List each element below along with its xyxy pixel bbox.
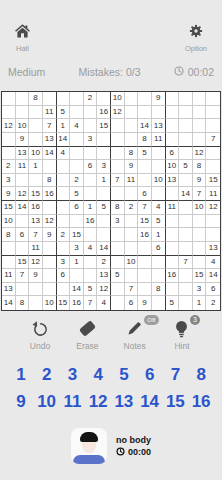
cell-r10c11[interactable]: 15 xyxy=(138,215,152,229)
cell-r2c8[interactable]: 16 xyxy=(97,106,111,120)
cell-r14c12[interactable] xyxy=(152,269,166,283)
cell-r2c3[interactable] xyxy=(29,106,43,120)
cell-r12c3[interactable]: 11 xyxy=(29,242,43,256)
numpad-8[interactable]: 8 xyxy=(188,365,214,385)
cell-r6c10[interactable]: 9 xyxy=(125,160,139,174)
cell-r13c9[interactable] xyxy=(111,256,125,270)
cell-r8c4[interactable]: 16 xyxy=(43,187,57,201)
difficulty-label: Medium xyxy=(8,66,45,78)
timer: 00:02 xyxy=(174,66,214,78)
player-card: no body 00:00 xyxy=(0,428,222,464)
cell-r1c13[interactable] xyxy=(166,92,180,106)
mistakes-counter: Mistakes: 0/3 xyxy=(79,66,141,78)
cell-r10c4[interactable]: 12 xyxy=(43,215,57,229)
numpad-9[interactable]: 9 xyxy=(8,392,34,412)
cell-r6c16[interactable] xyxy=(206,160,220,174)
cell-r12c8[interactable]: 14 xyxy=(97,242,111,256)
cell-r11c10[interactable] xyxy=(125,228,139,242)
cell-r5c3[interactable]: 10 xyxy=(29,147,43,161)
cell-r10c6[interactable] xyxy=(70,215,84,229)
cell-r7c15[interactable]: 9 xyxy=(193,174,207,188)
cell-r11c2[interactable]: 6 xyxy=(16,228,30,242)
cell-r5c10[interactable]: 8 xyxy=(125,147,139,161)
bulb-icon xyxy=(174,319,189,338)
cell-r10c5[interactable] xyxy=(57,215,71,229)
cell-r15c16[interactable]: 6 xyxy=(206,283,220,297)
cell-r15c12[interactable]: 8 xyxy=(152,283,166,297)
cell-r3c4[interactable]: 7 xyxy=(43,119,57,133)
cell-r9c12[interactable]: 4 xyxy=(152,201,166,215)
cell-r3c12[interactable]: 13 xyxy=(152,119,166,133)
cell-r7c13[interactable]: 13 xyxy=(166,174,180,188)
cell-r6c15[interactable]: 8 xyxy=(193,160,207,174)
cell-r6c7[interactable]: 6 xyxy=(84,160,98,174)
option-button[interactable]: Option xyxy=(185,24,207,53)
hint-label: Hint xyxy=(174,341,189,351)
cell-r16c10[interactable]: 6 xyxy=(125,296,139,310)
player-name: no body xyxy=(116,435,151,445)
cell-r13c13[interactable] xyxy=(166,256,180,270)
cell-r11c6[interactable]: 15 xyxy=(70,228,84,242)
cell-r3c8[interactable]: 15 xyxy=(97,119,111,133)
cell-r14c1[interactable]: 11 xyxy=(2,269,16,283)
cell-r14c15[interactable]: 15 xyxy=(193,269,207,283)
cell-r5c7[interactable] xyxy=(84,147,98,161)
cell-r15c14[interactable] xyxy=(179,283,193,297)
cell-r4c15[interactable] xyxy=(193,133,207,147)
hall-label: Hall xyxy=(16,44,29,53)
cell-r13c12[interactable] xyxy=(152,256,166,270)
cell-r4c14[interactable] xyxy=(179,133,193,147)
numpad-13[interactable]: 13 xyxy=(111,392,137,412)
cell-r1c16[interactable] xyxy=(206,92,220,106)
cell-r2c12[interactable] xyxy=(152,106,166,120)
notes-button[interactable]: Off Notes xyxy=(117,319,153,351)
cell-r8c12[interactable] xyxy=(152,187,166,201)
pencil-icon xyxy=(126,319,143,338)
cell-r9c8[interactable]: 5 xyxy=(97,201,111,215)
cell-r2c15[interactable] xyxy=(193,106,207,120)
cell-r8c3[interactable]: 15 xyxy=(29,187,43,201)
cell-r1c14[interactable] xyxy=(179,92,193,106)
cell-r12c2[interactable] xyxy=(16,242,30,256)
cell-r9c2[interactable]: 14 xyxy=(16,201,30,215)
cell-r15c15[interactable]: 3 xyxy=(193,283,207,297)
cell-r11c4[interactable]: 9 xyxy=(43,228,57,242)
numpad-3[interactable]: 3 xyxy=(60,365,86,385)
numpad-6[interactable]: 6 xyxy=(137,365,163,385)
cell-r9c10[interactable]: 2 xyxy=(125,201,139,215)
cell-r7c10[interactable]: 11 xyxy=(125,174,139,188)
cell-r12c7[interactable]: 4 xyxy=(84,242,98,256)
cell-r6c4[interactable] xyxy=(43,160,57,174)
cell-r1c12[interactable]: 9 xyxy=(152,92,166,106)
cell-r6c9[interactable] xyxy=(111,160,125,174)
cell-r12c15[interactable] xyxy=(193,242,207,256)
cell-r14c6[interactable] xyxy=(70,269,84,283)
cell-r3c13[interactable] xyxy=(166,119,180,133)
cell-r6c12[interactable] xyxy=(152,160,166,174)
cell-r5c6[interactable] xyxy=(70,147,84,161)
cell-r5c4[interactable]: 14 xyxy=(43,147,57,161)
cell-r9c1[interactable]: 15 xyxy=(2,201,16,215)
cell-r16c6[interactable]: 16 xyxy=(70,296,84,310)
cell-r8c13[interactable] xyxy=(166,187,180,201)
cell-r10c12[interactable]: 5 xyxy=(152,215,166,229)
cell-r11c11[interactable]: 16 xyxy=(138,228,152,242)
cell-r13c7[interactable] xyxy=(84,256,98,270)
cell-r10c16[interactable] xyxy=(206,215,220,229)
player-clock-icon xyxy=(116,447,125,458)
cell-r16c14[interactable] xyxy=(179,296,193,310)
cell-r15c1[interactable]: 13 xyxy=(2,283,16,297)
cell-r1c15[interactable] xyxy=(193,92,207,106)
cell-r1c2[interactable] xyxy=(16,92,30,106)
numpad-1[interactable]: 1 xyxy=(8,365,34,385)
cell-r2c9[interactable]: 12 xyxy=(111,106,125,120)
cell-r4c5[interactable]: 14 xyxy=(57,133,71,147)
cell-r8c2[interactable]: 12 xyxy=(16,187,30,201)
cell-r3c15[interactable] xyxy=(193,119,207,133)
cell-r9c13[interactable]: 11 xyxy=(166,201,180,215)
cell-r5c9[interactable] xyxy=(111,147,125,161)
cell-r4c6[interactable] xyxy=(70,133,84,147)
cell-r15c9[interactable] xyxy=(111,283,125,297)
cell-r9c6[interactable]: 6 xyxy=(70,201,84,215)
cell-r5c16[interactable] xyxy=(206,147,220,161)
cell-r12c10[interactable] xyxy=(125,242,139,256)
cell-r8c7[interactable] xyxy=(84,187,98,201)
cell-r5c11[interactable]: 5 xyxy=(138,147,152,161)
cell-r1c3[interactable]: 8 xyxy=(29,92,43,106)
cell-r10c3[interactable]: 13 xyxy=(29,215,43,229)
cell-r16c12[interactable] xyxy=(152,296,166,310)
cell-r16c15[interactable]: 1 xyxy=(193,296,207,310)
cell-r4c4[interactable]: 13 xyxy=(43,133,57,147)
cell-r16c3[interactable] xyxy=(29,296,43,310)
erase-button[interactable]: Erase xyxy=(69,319,105,351)
cell-r11c16[interactable] xyxy=(206,228,220,242)
cell-r9c16[interactable]: 12 xyxy=(206,201,220,215)
cell-r9c5[interactable] xyxy=(57,201,71,215)
cell-r8c10[interactable] xyxy=(125,187,139,201)
cell-r9c3[interactable]: 16 xyxy=(29,201,43,215)
cell-r11c9[interactable] xyxy=(111,228,125,242)
cell-r10c7[interactable]: 16 xyxy=(84,215,98,229)
cell-r11c14[interactable] xyxy=(179,228,193,242)
cell-r6c5[interactable] xyxy=(57,160,71,174)
cell-r12c6[interactable]: 3 xyxy=(70,242,84,256)
cell-r12c14[interactable] xyxy=(179,242,193,256)
cell-r14c14[interactable] xyxy=(179,269,193,283)
cell-r14c13[interactable]: 16 xyxy=(166,269,180,283)
cell-r11c3[interactable]: 7 xyxy=(29,228,43,242)
cell-r13c16[interactable]: 4 xyxy=(206,256,220,270)
cell-r15c4[interactable] xyxy=(43,283,57,297)
cell-r6c1[interactable]: 2 xyxy=(2,160,16,174)
cell-r13c15[interactable] xyxy=(193,256,207,270)
cell-r15c10[interactable]: 7 xyxy=(125,283,139,297)
cell-r2c13[interactable] xyxy=(166,106,180,120)
cell-r5c8[interactable] xyxy=(97,147,111,161)
cell-r1c10[interactable] xyxy=(125,92,139,106)
cell-r11c13[interactable] xyxy=(166,228,180,242)
numpad-12[interactable]: 12 xyxy=(85,392,111,412)
cell-r12c5[interactable] xyxy=(57,242,71,256)
cell-r4c11[interactable]: 8 xyxy=(138,133,152,147)
mistakes-label: Mistakes: xyxy=(79,66,123,78)
cell-r5c1[interactable] xyxy=(2,147,16,161)
cell-r14c11[interactable] xyxy=(138,269,152,283)
cell-r3c5[interactable]: 1 xyxy=(57,119,71,133)
cell-r8c6[interactable]: 5 xyxy=(70,187,84,201)
cell-r9c9[interactable]: 8 xyxy=(111,201,125,215)
cell-r7c2[interactable] xyxy=(16,174,30,188)
cell-r4c2[interactable]: 9 xyxy=(16,133,30,147)
cell-r4c12[interactable]: 11 xyxy=(152,133,166,147)
cell-r3c2[interactable]: 10 xyxy=(16,119,30,133)
eraser-icon xyxy=(80,319,95,338)
cell-r7c16[interactable]: 15 xyxy=(206,174,220,188)
cell-r1c6[interactable] xyxy=(70,92,84,106)
cell-r9c15[interactable]: 10 xyxy=(193,201,207,215)
cell-r1c4[interactable] xyxy=(43,92,57,106)
cell-r13c5[interactable]: 3 xyxy=(57,256,71,270)
cell-r14c2[interactable]: 7 xyxy=(16,269,30,283)
cell-r14c7[interactable] xyxy=(84,269,98,283)
cell-r1c8[interactable] xyxy=(97,92,111,106)
cell-r10c10[interactable] xyxy=(125,215,139,229)
cell-r15c6[interactable]: 14 xyxy=(70,283,84,297)
cell-r8c1[interactable]: 9 xyxy=(2,187,16,201)
numpad-4[interactable]: 4 xyxy=(85,365,111,385)
cell-r7c8[interactable]: 1 xyxy=(97,174,111,188)
cell-r11c7[interactable] xyxy=(84,228,98,242)
cell-r9c7[interactable]: 1 xyxy=(84,201,98,215)
numpad-10[interactable]: 10 xyxy=(34,392,60,412)
notes-off-badge: Off xyxy=(144,315,159,325)
cell-r13c4[interactable] xyxy=(43,256,57,270)
cell-r4c9[interactable] xyxy=(111,133,125,147)
cell-r4c10[interactable] xyxy=(125,133,139,147)
cell-r7c5[interactable] xyxy=(57,174,71,188)
notes-label: Notes xyxy=(124,341,146,351)
cell-r7c11[interactable] xyxy=(138,174,152,188)
cell-r2c16[interactable] xyxy=(206,106,220,120)
cell-r3c16[interactable] xyxy=(206,119,220,133)
cell-r16c2[interactable]: 8 xyxy=(16,296,30,310)
cell-r1c1[interactable] xyxy=(2,92,16,106)
cell-r3c9[interactable] xyxy=(111,119,125,133)
cell-r7c6[interactable]: 2 xyxy=(70,174,84,188)
cell-r14c5[interactable]: 6 xyxy=(57,269,71,283)
cell-r9c14[interactable] xyxy=(179,201,193,215)
cell-r2c4[interactable]: 11 xyxy=(43,106,57,120)
numpad-16[interactable]: 16 xyxy=(188,392,214,412)
numpad-7[interactable]: 7 xyxy=(163,365,189,385)
numpad-15[interactable]: 15 xyxy=(163,392,189,412)
home-icon xyxy=(15,24,30,42)
number-pad: 12345678910111213141516 xyxy=(0,365,222,412)
cell-r13c6[interactable]: 1 xyxy=(70,256,84,270)
cell-r1c5[interactable] xyxy=(57,92,71,106)
cell-r5c12[interactable] xyxy=(152,147,166,161)
cell-r4c16[interactable]: 7 xyxy=(206,133,220,147)
cell-r6c3[interactable]: 1 xyxy=(29,160,43,174)
cell-r12c13[interactable] xyxy=(166,242,180,256)
numpad-2[interactable]: 2 xyxy=(34,365,60,385)
cell-r3c14[interactable] xyxy=(179,119,193,133)
cell-r13c8[interactable]: 2 xyxy=(97,256,111,270)
cell-r16c13[interactable]: 5 xyxy=(166,296,180,310)
undo-button[interactable]: Undo xyxy=(22,319,58,351)
cell-r9c11[interactable]: 7 xyxy=(138,201,152,215)
cell-r10c2[interactable] xyxy=(16,215,30,229)
numpad-14[interactable]: 14 xyxy=(137,392,163,412)
erase-label: Erase xyxy=(76,341,98,351)
gear-icon xyxy=(189,24,203,42)
cell-r16c11[interactable]: 9 xyxy=(138,296,152,310)
cell-r6c8[interactable]: 3 xyxy=(97,160,111,174)
cell-r14c4[interactable] xyxy=(43,269,57,283)
cell-r1c7[interactable]: 2 xyxy=(84,92,98,106)
cell-r14c9[interactable]: 5 xyxy=(111,269,125,283)
cell-r11c5[interactable]: 2 xyxy=(57,228,71,242)
cell-r15c7[interactable]: 5 xyxy=(84,283,98,297)
cell-r16c9[interactable] xyxy=(111,296,125,310)
cell-r15c8[interactable]: 12 xyxy=(97,283,111,297)
cell-r5c5[interactable]: 4 xyxy=(57,147,71,161)
cell-r6c13[interactable]: 10 xyxy=(166,160,180,174)
cell-r6c11[interactable] xyxy=(138,160,152,174)
cell-r15c3[interactable] xyxy=(29,283,43,297)
cell-r1c11[interactable] xyxy=(138,92,152,106)
cell-r16c16[interactable]: 2 xyxy=(206,296,220,310)
cell-r8c11[interactable]: 6 xyxy=(138,187,152,201)
cell-r2c10[interactable] xyxy=(125,106,139,120)
cell-r16c8[interactable]: 4 xyxy=(97,296,111,310)
cell-r5c2[interactable]: 13 xyxy=(16,147,30,161)
cell-r1c9[interactable]: 10 xyxy=(111,92,125,106)
cell-r14c10[interactable] xyxy=(125,269,139,283)
cell-r9c4[interactable] xyxy=(43,201,57,215)
cell-r13c1[interactable] xyxy=(2,256,16,270)
numpad-11[interactable]: 11 xyxy=(60,392,86,412)
cell-r15c2[interactable] xyxy=(16,283,30,297)
cell-r16c4[interactable]: 10 xyxy=(43,296,57,310)
numpad-5[interactable]: 5 xyxy=(111,365,137,385)
cell-r12c9[interactable] xyxy=(111,242,125,256)
cell-r3c3[interactable] xyxy=(29,119,43,133)
cell-r8c8[interactable] xyxy=(97,187,111,201)
cell-r8c9[interactable] xyxy=(111,187,125,201)
cell-r14c8[interactable]: 13 xyxy=(97,269,111,283)
cell-r6c6[interactable] xyxy=(70,160,84,174)
cell-r15c11[interactable] xyxy=(138,283,152,297)
cell-r12c11[interactable] xyxy=(138,242,152,256)
cell-r2c7[interactable] xyxy=(84,106,98,120)
cell-r12c4[interactable] xyxy=(43,242,57,256)
cell-r8c14[interactable]: 14 xyxy=(179,187,193,201)
cell-r2c6[interactable] xyxy=(70,106,84,120)
cell-r3c6[interactable]: 4 xyxy=(70,119,84,133)
cell-r4c3[interactable] xyxy=(29,133,43,147)
cell-r13c2[interactable]: 15 xyxy=(16,256,30,270)
cell-r7c7[interactable] xyxy=(84,174,98,188)
cell-r2c5[interactable]: 5 xyxy=(57,106,71,120)
cell-r7c3[interactable] xyxy=(29,174,43,188)
cell-r14c16[interactable]: 14 xyxy=(206,269,220,283)
cell-r7c14[interactable] xyxy=(179,174,193,188)
cell-r15c13[interactable] xyxy=(166,283,180,297)
cell-r12c16[interactable]: 13 xyxy=(206,242,220,256)
cell-r11c12[interactable]: 1 xyxy=(152,228,166,242)
undo-icon xyxy=(31,319,49,338)
cell-r16c5[interactable]: 15 xyxy=(57,296,71,310)
cell-r12c12[interactable]: 6 xyxy=(152,242,166,256)
cell-r10c1[interactable]: 10 xyxy=(2,215,16,229)
hint-button[interactable]: 3 Hint xyxy=(164,319,200,351)
cell-r14c3[interactable]: 9 xyxy=(29,269,43,283)
undo-label: Undo xyxy=(30,341,50,351)
cell-r10c13[interactable] xyxy=(166,215,180,229)
cell-r2c1[interactable] xyxy=(2,106,16,120)
cell-r4c1[interactable] xyxy=(2,133,16,147)
cell-r5c13[interactable]: 6 xyxy=(166,147,180,161)
cell-r2c14[interactable] xyxy=(179,106,193,120)
cell-r7c12[interactable]: 10 xyxy=(152,174,166,188)
cell-r4c13[interactable] xyxy=(166,133,180,147)
cell-r10c9[interactable]: 3 xyxy=(111,215,125,229)
sudoku-board: 8210911516121210714151413913143811713101… xyxy=(1,91,221,311)
cell-r13c14[interactable]: 7 xyxy=(179,256,193,270)
cell-r2c11[interactable] xyxy=(138,106,152,120)
cell-r16c7[interactable]: 7 xyxy=(84,296,98,310)
cell-r7c1[interactable]: 3 xyxy=(2,174,16,188)
hall-button[interactable]: Hall xyxy=(15,24,30,53)
cell-r4c8[interactable] xyxy=(97,133,111,147)
cell-r8c5[interactable] xyxy=(57,187,71,201)
cell-r8c16[interactable]: 11 xyxy=(206,187,220,201)
cell-r7c4[interactable]: 8 xyxy=(43,174,57,188)
cell-r3c1[interactable]: 12 xyxy=(2,119,16,133)
cell-r3c11[interactable]: 14 xyxy=(138,119,152,133)
cell-r5c15[interactable]: 12 xyxy=(193,147,207,161)
cell-r3c10[interactable] xyxy=(125,119,139,133)
cell-r11c8[interactable] xyxy=(97,228,111,242)
cell-r7c9[interactable]: 7 xyxy=(111,174,125,188)
cell-r13c10[interactable]: 10 xyxy=(125,256,139,270)
cell-r11c15[interactable] xyxy=(193,228,207,242)
cell-r13c3[interactable]: 12 xyxy=(29,256,43,270)
cell-r6c2[interactable]: 11 xyxy=(16,160,30,174)
cell-r2c2[interactable] xyxy=(16,106,30,120)
cell-r15c5[interactable] xyxy=(57,283,71,297)
avatar xyxy=(71,428,107,464)
cell-r8c15[interactable]: 7 xyxy=(193,187,207,201)
cell-r11c1[interactable]: 8 xyxy=(2,228,16,242)
cell-r12c1[interactable] xyxy=(2,242,16,256)
cell-r4c7[interactable]: 3 xyxy=(84,133,98,147)
cell-r3c7[interactable] xyxy=(84,119,98,133)
cell-r13c11[interactable] xyxy=(138,256,152,270)
cell-r16c1[interactable]: 14 xyxy=(2,296,16,310)
cell-r10c14[interactable] xyxy=(179,215,193,229)
cell-r10c8[interactable] xyxy=(97,215,111,229)
cell-r10c15[interactable] xyxy=(193,215,207,229)
cell-r5c14[interactable] xyxy=(179,147,193,161)
cell-r6c14[interactable]: 5 xyxy=(179,160,193,174)
